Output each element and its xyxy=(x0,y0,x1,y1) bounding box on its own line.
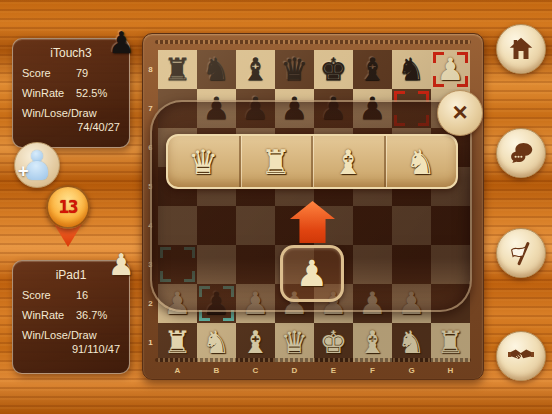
close-icon: × xyxy=(452,99,467,125)
square-g8[interactable]: ♞ xyxy=(392,50,431,89)
white-bishop-f1: ♝ xyxy=(359,323,387,362)
promotion-choice-knight[interactable]: ♞ xyxy=(384,136,457,187)
square-h1[interactable]: ♜ xyxy=(431,323,470,362)
player-winrate: 36.7% xyxy=(76,309,120,321)
promotion-choice-queen[interactable]: ♛ xyxy=(168,136,239,187)
square-a1[interactable]: ♜ xyxy=(158,323,197,362)
player-info-panel: ♟ iPad1 Score 16 WinRate 36.7% Win/Lose/… xyxy=(12,260,130,374)
square-e8[interactable]: ♚ xyxy=(314,50,353,89)
white-bishop-c1: ♝ xyxy=(242,323,270,362)
file-label-H: H xyxy=(431,362,470,378)
square-h8[interactable]: ♟ xyxy=(431,50,470,89)
draw-offer-button[interactable] xyxy=(496,331,546,381)
file-label-A: A xyxy=(158,362,197,378)
opponent-wld: 74/40/27 xyxy=(22,121,120,133)
white-pawn-h8: ♟ xyxy=(437,50,465,89)
plus-icon: + xyxy=(18,161,29,182)
promotion-choices: ♛♜♝♞ xyxy=(166,134,458,189)
winrate-label: WinRate xyxy=(22,87,76,99)
file-label-E: E xyxy=(314,362,353,378)
person-icon-body xyxy=(26,161,48,180)
square-a8[interactable]: ♜ xyxy=(158,50,197,89)
square-f8[interactable]: ♝ xyxy=(353,50,392,89)
file-label-F: F xyxy=(353,362,392,378)
white-side-pawn-icon: ♟ xyxy=(108,250,135,280)
score-label: Score xyxy=(22,289,76,301)
timer-seconds: 13 xyxy=(59,197,77,217)
file-label-C: C xyxy=(236,362,275,378)
rank-label-1: 1 xyxy=(143,323,158,362)
promotion-choice-bishop[interactable]: ♝ xyxy=(311,136,384,187)
opponent-score: 79 xyxy=(76,67,120,79)
black-side-pawn-icon: ♟ xyxy=(108,28,135,58)
black-knight-b8: ♞ xyxy=(203,50,231,89)
opponent-name: iTouch3 xyxy=(22,46,120,60)
file-label-D: D xyxy=(275,362,314,378)
winrate-label: WinRate xyxy=(22,309,76,321)
black-knight-g8: ♞ xyxy=(398,50,426,89)
wld-label: Win/Lose/Draw xyxy=(22,329,120,341)
white-rook-icon: ♜ xyxy=(261,137,291,187)
chat-button[interactable] xyxy=(496,128,546,178)
promoting-pawn-box: ♟ xyxy=(280,245,344,302)
rank-label-8: 8 xyxy=(143,50,158,89)
white-bishop-icon: ♝ xyxy=(333,137,363,187)
home-icon xyxy=(506,34,536,64)
promotion-dialog: ♛♜♝♞ ♟ × xyxy=(150,100,472,312)
square-c8[interactable]: ♝ xyxy=(236,50,275,89)
opponent-winrate: 52.5% xyxy=(76,87,120,99)
white-flag-icon xyxy=(506,238,536,268)
chat-icon xyxy=(506,138,536,168)
player-name: iPad1 xyxy=(22,268,120,282)
close-button[interactable]: × xyxy=(437,90,483,136)
black-bishop-f8: ♝ xyxy=(359,50,387,89)
white-rook-a1: ♜ xyxy=(164,323,192,362)
square-d8[interactable]: ♛ xyxy=(275,50,314,89)
white-knight-icon: ♞ xyxy=(406,137,436,187)
square-e1[interactable]: ♚ xyxy=(314,323,353,362)
file-labels: ABCDEFGH xyxy=(158,362,470,378)
home-button[interactable] xyxy=(496,24,546,74)
square-f1[interactable]: ♝ xyxy=(353,323,392,362)
square-d1[interactable]: ♛ xyxy=(275,323,314,362)
white-queen-icon: ♛ xyxy=(188,137,218,187)
opponent-info-panel: ♟ iTouch3 Score 79 WinRate 52.5% Win/Los… xyxy=(12,38,130,148)
handshake-icon xyxy=(506,341,536,371)
square-c1[interactable]: ♝ xyxy=(236,323,275,362)
white-king-e1: ♚ xyxy=(320,323,348,362)
up-arrow-icon xyxy=(290,201,335,243)
white-knight-g1: ♞ xyxy=(398,323,426,362)
black-bishop-c8: ♝ xyxy=(242,50,270,89)
white-queen-d1: ♛ xyxy=(281,323,309,362)
white-knight-b1: ♞ xyxy=(203,323,231,362)
player-score: 16 xyxy=(76,289,120,301)
file-label-B: B xyxy=(197,362,236,378)
chess-app-screen: { "game": "chess", "position": { "fen": … xyxy=(0,0,552,414)
white-rook-h1: ♜ xyxy=(437,323,465,362)
move-timer: 13 xyxy=(46,185,90,229)
square-b8[interactable]: ♞ xyxy=(197,50,236,89)
black-queen-d8: ♛ xyxy=(281,50,309,89)
wld-label: Win/Lose/Draw xyxy=(22,107,120,119)
file-label-G: G xyxy=(392,362,431,378)
black-rook-a8: ♜ xyxy=(164,50,192,89)
resign-button[interactable] xyxy=(496,228,546,278)
add-friend-button[interactable]: + xyxy=(14,142,60,188)
promotion-choice-rook[interactable]: ♜ xyxy=(239,136,312,187)
white-pawn-icon: ♟ xyxy=(296,249,328,299)
player-wld: 91/110/47 xyxy=(22,343,120,355)
black-king-e8: ♚ xyxy=(320,50,348,89)
square-g1[interactable]: ♞ xyxy=(392,323,431,362)
square-b1[interactable]: ♞ xyxy=(197,323,236,362)
score-label: Score xyxy=(22,67,76,79)
